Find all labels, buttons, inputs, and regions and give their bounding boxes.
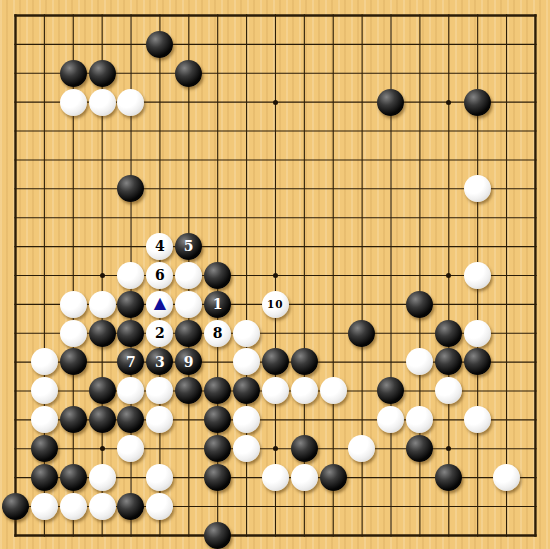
stone-white (31, 348, 58, 375)
stone-black: 9 (175, 348, 202, 375)
stone-black (435, 348, 462, 375)
move-number-label: 8 (213, 326, 223, 340)
stone-black (117, 493, 144, 520)
stone-black (117, 291, 144, 318)
stone-black (291, 348, 318, 375)
move-number-label: 2 (155, 326, 165, 340)
stone-white (348, 435, 375, 462)
stone-black (377, 377, 404, 404)
stone-white (464, 262, 491, 289)
stone-white (175, 262, 202, 289)
star-point (100, 273, 105, 278)
stone-black (204, 435, 231, 462)
go-board[interactable]: 456▲11028739 (0, 0, 550, 549)
star-point (446, 100, 451, 105)
stone-black (204, 262, 231, 289)
star-point (100, 446, 105, 451)
stone-black (377, 89, 404, 116)
stone-black (291, 435, 318, 462)
stone-white (406, 348, 433, 375)
stone-black (320, 464, 347, 491)
stone-white (60, 320, 87, 347)
stone-white (233, 406, 260, 433)
stone-black (89, 406, 116, 433)
stone-white (117, 89, 144, 116)
stone-black (60, 348, 87, 375)
stone-black (89, 377, 116, 404)
stone-white (233, 435, 260, 462)
stone-black (406, 435, 433, 462)
stone-white (233, 348, 260, 375)
stone-black: 1 (204, 291, 231, 318)
stone-white (31, 493, 58, 520)
star-point (273, 273, 278, 278)
stone-black (204, 377, 231, 404)
stone-white (493, 464, 520, 491)
stone-black (2, 493, 29, 520)
stone-black (204, 464, 231, 491)
stone-white (60, 89, 87, 116)
triangle-marker-icon: ▲ (154, 295, 166, 311)
stone-white (406, 406, 433, 433)
stone-black (117, 175, 144, 202)
stone-black (89, 320, 116, 347)
stone-black (89, 60, 116, 87)
stone-black (31, 435, 58, 462)
stone-white (146, 406, 173, 433)
move-number-label: 10 (267, 298, 284, 309)
stone-white (117, 262, 144, 289)
stone-black (60, 406, 87, 433)
move-number-label: 9 (184, 354, 194, 368)
stone-black (435, 320, 462, 347)
move-number-label: 7 (126, 354, 136, 368)
move-number-label: 6 (155, 268, 165, 282)
stone-white (31, 377, 58, 404)
stone-white: 10 (262, 291, 289, 318)
stone-white (146, 464, 173, 491)
stone-white (291, 377, 318, 404)
stone-white (233, 320, 260, 347)
stone-white (435, 377, 462, 404)
stone-white: ▲ (146, 291, 173, 318)
stone-white (117, 377, 144, 404)
move-number-label: 3 (155, 354, 165, 368)
stone-white (464, 406, 491, 433)
stone-black: 5 (175, 233, 202, 260)
stone-black (348, 320, 375, 347)
stone-white (146, 377, 173, 404)
stone-black (117, 320, 144, 347)
stone-white (464, 320, 491, 347)
move-number-label: 4 (155, 239, 165, 253)
stone-white (464, 175, 491, 202)
stone-black (60, 60, 87, 87)
stone-white (291, 464, 318, 491)
stone-black (117, 406, 144, 433)
stone-white (117, 435, 144, 462)
stone-black (262, 348, 289, 375)
stone-white: 6 (146, 262, 173, 289)
stone-black (60, 464, 87, 491)
stone-white (262, 464, 289, 491)
stone-white (89, 89, 116, 116)
stone-black (204, 406, 231, 433)
move-number-label: 5 (184, 239, 194, 253)
stone-black (31, 464, 58, 491)
stone-black: 7 (117, 348, 144, 375)
stone-black: 3 (146, 348, 173, 375)
stone-black (175, 60, 202, 87)
stone-white (89, 493, 116, 520)
stone-white (31, 406, 58, 433)
stone-black (435, 464, 462, 491)
stone-black (175, 377, 202, 404)
stone-white: 4 (146, 233, 173, 260)
stone-white (89, 464, 116, 491)
star-point (273, 100, 278, 105)
stone-white (146, 493, 173, 520)
stone-white (89, 291, 116, 318)
stone-white (175, 291, 202, 318)
move-number-label: 1 (213, 297, 223, 311)
stone-black (464, 89, 491, 116)
stone-white (60, 493, 87, 520)
stone-black (406, 291, 433, 318)
stone-white (262, 377, 289, 404)
stone-black (233, 377, 260, 404)
stone-white (320, 377, 347, 404)
stone-white: 2 (146, 320, 173, 347)
stone-black (204, 522, 231, 549)
stone-white (377, 406, 404, 433)
stone-white: 8 (204, 320, 231, 347)
stone-black (464, 348, 491, 375)
stone-black (146, 31, 173, 58)
stone-black (175, 320, 202, 347)
stone-white (60, 291, 87, 318)
